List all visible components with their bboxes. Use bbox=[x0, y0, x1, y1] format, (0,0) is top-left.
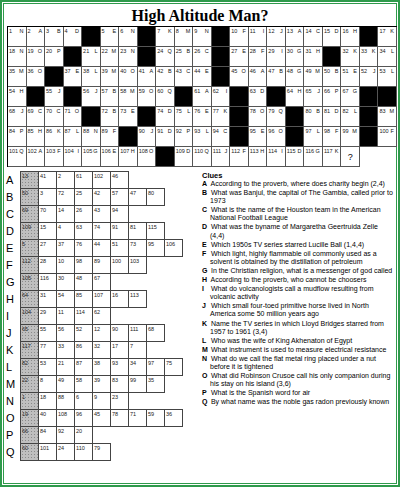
answer-cell[interactable]: 88 bbox=[56, 392, 75, 410]
quote-cell[interactable]: 95E bbox=[249, 127, 268, 147]
quote-cell[interactable]: 12J bbox=[267, 27, 286, 47]
answer-cell[interactable]: 27 bbox=[38, 239, 57, 257]
answer-cell-first-grey[interactable]: 117 bbox=[20, 341, 39, 359]
cell-number: 18 bbox=[9, 48, 15, 54]
quote-cell[interactable]: 36O bbox=[27, 67, 46, 87]
quote-cell[interactable]: 38L bbox=[82, 67, 101, 87]
answer-cell[interactable]: 110 bbox=[74, 443, 93, 461]
quote-cell[interactable]: 25B bbox=[175, 47, 194, 67]
quote-cell[interactable]: 104I bbox=[64, 147, 83, 167]
answer-cell-first-grey[interactable]: 109 bbox=[20, 222, 39, 240]
answer-cell[interactable]: 101 bbox=[38, 443, 57, 461]
answer-cell[interactable]: 12 bbox=[92, 324, 111, 342]
answer-cell[interactable]: 94 bbox=[110, 205, 129, 223]
answer-cell[interactable]: 72 bbox=[56, 188, 75, 206]
answer-cell-first-grey[interactable]: 1 bbox=[20, 392, 39, 410]
quote-cell[interactable]: 90J bbox=[138, 127, 157, 147]
quote-cell[interactable]: 112F bbox=[230, 147, 249, 167]
quote-cell[interactable]: 7K bbox=[156, 27, 175, 47]
quote-cell[interactable]: 73E bbox=[119, 107, 138, 127]
answer-cell-first-grey[interactable]: 50 bbox=[20, 188, 39, 206]
quote-cell[interactable]: 80B bbox=[304, 107, 323, 127]
quote-cell[interactable]: 108O bbox=[138, 147, 157, 167]
answer-cell[interactable]: 99 bbox=[128, 375, 147, 393]
quote-cell[interactable]: 99M bbox=[341, 127, 360, 147]
answer-cell[interactable]: 10 bbox=[56, 256, 75, 274]
answer-cell[interactable]: 67 bbox=[92, 273, 111, 291]
answer-cell[interactable]: 58 bbox=[74, 375, 93, 393]
answer-cell[interactable]: 111 bbox=[128, 324, 147, 342]
answer-cell[interactable]: 46 bbox=[110, 171, 129, 189]
answer-cell[interactable]: 30 bbox=[56, 273, 75, 291]
quote-cell[interactable]: 15D bbox=[323, 27, 342, 47]
cell-clue-letter: L bbox=[354, 108, 357, 114]
answer-cell[interactable]: 75 bbox=[164, 358, 183, 376]
quote-cell[interactable]: 79Q bbox=[267, 107, 286, 127]
cell-number: 58 bbox=[120, 88, 126, 94]
answer-cell-first-grey[interactable]: 104 bbox=[20, 307, 39, 325]
answer-cell[interactable]: 42 bbox=[92, 188, 111, 206]
answer-cell[interactable]: 116 bbox=[38, 273, 57, 291]
answer-cell[interactable]: 54 bbox=[56, 290, 75, 308]
cell-number: 99 bbox=[342, 128, 348, 134]
cell-number: 23 bbox=[120, 48, 126, 54]
answer-cell[interactable]: 26 bbox=[74, 205, 93, 223]
quote-cell[interactable]: 39M bbox=[101, 67, 120, 87]
answer-cell[interactable]: 24 bbox=[56, 443, 75, 461]
cell-clue-letter: B bbox=[168, 68, 172, 74]
quote-cell[interactable]: 84P bbox=[8, 127, 27, 147]
answer-cell[interactable]: 18 bbox=[38, 392, 57, 410]
quote-cell[interactable]: 27E bbox=[230, 47, 249, 67]
quote-cell[interactable]: 47B bbox=[267, 67, 286, 87]
quote-cell[interactable]: 82L bbox=[341, 107, 360, 127]
cell-clue-letter: J bbox=[95, 88, 98, 94]
answer-cell[interactable]: 114 bbox=[74, 307, 93, 325]
cell-number: 55 bbox=[46, 88, 52, 94]
cell-number: 71 bbox=[65, 108, 71, 114]
answer-cell[interactable]: 113 bbox=[128, 290, 147, 308]
quote-cell[interactable]: 114I bbox=[267, 147, 286, 167]
quote-cell[interactable]: 54H bbox=[8, 87, 27, 107]
quote-cell[interactable]: 29I bbox=[267, 47, 286, 67]
answer-cell[interactable]: 7 bbox=[128, 341, 147, 359]
quote-cell[interactable]: 41A bbox=[138, 67, 157, 87]
answer-cell[interactable]: 107 bbox=[92, 290, 111, 308]
quote-cell[interactable]: 1N bbox=[8, 27, 27, 47]
quote-cell[interactable]: 96O bbox=[267, 127, 286, 147]
quote-cell[interactable]: 19O bbox=[27, 47, 46, 67]
answer-cell[interactable]: 17 bbox=[110, 341, 129, 359]
answer-cell[interactable]: 8 bbox=[38, 375, 57, 393]
answer-cell[interactable]: 6 bbox=[74, 392, 93, 410]
quote-cell[interactable]: 113H bbox=[249, 147, 268, 167]
answer-cell[interactable]: 14 bbox=[56, 205, 75, 223]
quote-cell[interactable]: 52J bbox=[360, 67, 379, 87]
answer-cell[interactable]: 59 bbox=[146, 409, 165, 427]
answer-cell[interactable]: 83 bbox=[110, 375, 129, 393]
answer-cell[interactable]: 23 bbox=[110, 392, 129, 410]
answer-cell[interactable]: 95 bbox=[146, 239, 165, 257]
quote-cell[interactable]: 34L bbox=[378, 47, 397, 67]
quote-cell[interactable]: 78O bbox=[249, 107, 268, 127]
cell-clue-letter: I bbox=[226, 88, 228, 94]
black-cell bbox=[323, 47, 342, 67]
cell-clue-letter: A bbox=[298, 28, 302, 34]
quote-cell[interactable]: 87L bbox=[64, 127, 83, 147]
answer-cell[interactable]: 92 bbox=[56, 426, 75, 444]
answer-cell[interactable]: 76 bbox=[74, 239, 93, 257]
quote-cell[interactable]: 8M bbox=[175, 27, 194, 47]
answer-cell[interactable]: 49 bbox=[56, 375, 75, 393]
quote-cell[interactable]: 22M bbox=[101, 47, 120, 67]
answer-cell[interactable]: 78 bbox=[110, 409, 129, 427]
quote-cell[interactable]: 86K bbox=[45, 127, 64, 147]
quote-cell[interactable]: 110Q bbox=[193, 147, 212, 167]
quote-cell[interactable]: 59O bbox=[138, 87, 157, 107]
cell-number: 14 bbox=[305, 28, 311, 34]
clue-item: J Which small four-toed primitive horse … bbox=[202, 302, 394, 318]
quote-cell[interactable]: 101Q bbox=[8, 147, 27, 167]
answer-cell[interactable]: 100 bbox=[110, 256, 129, 274]
answer-cell[interactable]: 63 bbox=[74, 222, 93, 240]
answer-cell[interactable]: 51 bbox=[110, 239, 129, 257]
quote-cell[interactable]: 83M bbox=[378, 107, 397, 127]
quote-cell[interactable]: 23N bbox=[119, 47, 138, 67]
quote-cell[interactable]: 76E bbox=[193, 107, 212, 127]
quote-cell[interactable]: 91D bbox=[156, 127, 175, 147]
cell-clue-letter: K bbox=[57, 128, 61, 134]
cell-clue-letter: F bbox=[261, 48, 264, 54]
cell-clue-letter: D bbox=[168, 108, 172, 114]
cell-number: 43 bbox=[176, 68, 182, 74]
answer-cell[interactable]: 53 bbox=[38, 358, 57, 376]
answer-cell[interactable]: 38 bbox=[92, 358, 111, 376]
quote-cell[interactable]: 18N bbox=[8, 47, 27, 67]
quote-cell[interactable]: 51E bbox=[341, 67, 360, 87]
answer-cell-first-grey[interactable]: 64 bbox=[20, 290, 39, 308]
answer-cell[interactable]: 61 bbox=[74, 171, 93, 189]
black-cell bbox=[267, 87, 286, 107]
answer-cell-first-grey[interactable]: 65 bbox=[20, 324, 39, 342]
cell-number: 40 bbox=[120, 68, 126, 74]
quote-cell[interactable]: 42B bbox=[156, 67, 175, 87]
quote-cell[interactable]: 106E bbox=[101, 147, 120, 167]
answer-cell[interactable]: 57 bbox=[110, 188, 129, 206]
quote-cell[interactable]: 117K bbox=[323, 147, 342, 167]
answer-cell[interactable]: 29 bbox=[38, 307, 57, 325]
clue-letter: A bbox=[202, 180, 209, 188]
quote-cell[interactable]: 94C bbox=[212, 127, 231, 147]
cell-clue-letter: A bbox=[261, 68, 265, 74]
quote-cell[interactable]: 43C bbox=[175, 67, 194, 87]
answer-cell[interactable]: 70 bbox=[38, 205, 57, 223]
answer-cell[interactable]: 35 bbox=[146, 375, 165, 393]
quote-cell[interactable]: 9N bbox=[193, 27, 212, 47]
clue-letter: O bbox=[202, 372, 209, 380]
answer-cell-first-grey[interactable]: 105 bbox=[20, 273, 39, 291]
quote-cell[interactable]: 105G bbox=[82, 147, 101, 167]
answer-cell[interactable]: 47 bbox=[128, 188, 147, 206]
answer-cell[interactable]: 15 bbox=[38, 222, 57, 240]
cell-number: 93 bbox=[194, 128, 200, 134]
quote-cell[interactable]: 61A bbox=[193, 87, 212, 107]
answer-row-label: I bbox=[6, 307, 20, 325]
cell-number: 62 bbox=[213, 88, 219, 94]
black-cell bbox=[230, 127, 249, 147]
clue-letter: D bbox=[202, 223, 209, 231]
answer-cell-first-grey[interactable]: 19 bbox=[20, 409, 39, 427]
cell-number: 98 bbox=[324, 128, 330, 134]
quote-cell[interactable]: 37E bbox=[64, 67, 83, 87]
answer-cell[interactable]: 40 bbox=[38, 409, 57, 427]
cell-number: 47 bbox=[268, 68, 274, 74]
answer-row: M228495839839935 bbox=[6, 375, 198, 393]
quote-cell[interactable]: 6N bbox=[119, 27, 138, 47]
quote-cell[interactable]: 57B bbox=[101, 87, 120, 107]
quote-cell[interactable]: 103F bbox=[45, 147, 64, 167]
answer-cell[interactable]: 20 bbox=[74, 426, 93, 444]
answer-cell[interactable]: 56 bbox=[56, 324, 75, 342]
answer-cell[interactable]: 48 bbox=[74, 273, 93, 291]
green-frame: High Altitude Man? 1N2A3B4D5E6N7K8M9N10F… bbox=[0, 0, 400, 487]
cell-clue-letter: C bbox=[316, 28, 320, 34]
quote-cell[interactable]: 74D bbox=[156, 107, 175, 127]
quote-cell[interactable]: 10F bbox=[230, 27, 249, 47]
answer-cell[interactable]: 85 bbox=[74, 290, 93, 308]
quote-cell[interactable]: 68J bbox=[8, 107, 27, 127]
answer-cell[interactable]: 3 bbox=[38, 188, 57, 206]
quote-cell[interactable]: 60Q bbox=[156, 87, 175, 107]
answer-cell[interactable]: 115 bbox=[146, 222, 165, 240]
black-cell bbox=[360, 107, 379, 127]
cell-clue-letter: D bbox=[260, 88, 264, 94]
answer-cell[interactable]: 68 bbox=[146, 324, 165, 342]
answer-cell[interactable]: 87 bbox=[74, 358, 93, 376]
quote-cell[interactable]: 63D bbox=[249, 87, 268, 107]
answer-cell[interactable]: 11 bbox=[56, 307, 75, 325]
clue-item: A According to the proverb, where does c… bbox=[202, 180, 394, 188]
cell-clue-letter: E bbox=[112, 28, 116, 34]
quote-cell[interactable]: 49M bbox=[304, 67, 323, 87]
answer-cell[interactable]: 77 bbox=[38, 341, 57, 359]
cell-number: 10 bbox=[231, 28, 237, 34]
answer-cell[interactable]: 28 bbox=[38, 256, 57, 274]
cell-number: 114 bbox=[268, 148, 277, 154]
quote-cell[interactable]: 109D bbox=[175, 147, 194, 167]
quote-cell[interactable]: 92P bbox=[175, 127, 194, 147]
answer-cell[interactable]: 31 bbox=[38, 290, 57, 308]
answer-cell[interactable]: 9 bbox=[92, 392, 111, 410]
answer-cell[interactable]: 16 bbox=[110, 290, 129, 308]
quote-cell[interactable]: 46A bbox=[249, 67, 268, 87]
answer-cell[interactable]: 81 bbox=[128, 222, 147, 240]
quote-cell[interactable]: 11I bbox=[249, 27, 268, 47]
answer-cell[interactable]: 106 bbox=[164, 239, 183, 257]
quote-cell[interactable]: 107H bbox=[119, 147, 138, 167]
quote-cell[interactable]: 50B bbox=[323, 67, 342, 87]
answer-cell[interactable]: 2 bbox=[56, 171, 75, 189]
answer-row: Q601012411079 bbox=[6, 443, 198, 461]
quote-cell[interactable]: 98F bbox=[323, 127, 342, 147]
cell-clue-letter: J bbox=[317, 88, 320, 94]
black-cell bbox=[82, 107, 101, 127]
quote-cell[interactable]: 115D bbox=[286, 147, 305, 167]
answer-cell[interactable]: 73 bbox=[128, 239, 147, 257]
cell-number: 88 bbox=[83, 128, 89, 134]
quote-cell[interactable]: 58M bbox=[119, 87, 138, 107]
quote-cell[interactable]: 81D bbox=[323, 107, 342, 127]
quote-cell[interactable]: 100F bbox=[378, 127, 397, 147]
cell-number: 89 bbox=[102, 128, 108, 134]
quote-cell[interactable]: 24Q bbox=[156, 47, 175, 67]
quote-cell[interactable]: 67G bbox=[341, 87, 360, 107]
quote-cell[interactable]: 70C bbox=[45, 107, 64, 127]
quote-cell[interactable]: 62I bbox=[212, 87, 231, 107]
answer-cell[interactable]: 45 bbox=[92, 409, 111, 427]
answer-cell[interactable]: 21 bbox=[56, 358, 75, 376]
answer-cell-first-grey[interactable]: 60 bbox=[20, 443, 39, 461]
black-cell bbox=[138, 107, 157, 127]
answer-cell[interactable]: 39 bbox=[92, 375, 111, 393]
answer-cell[interactable]: 43 bbox=[92, 205, 111, 223]
quote-cell[interactable]: 20P bbox=[45, 47, 64, 67]
quote-cell[interactable]: 35M bbox=[8, 67, 27, 87]
quote-cell[interactable]: 28F bbox=[249, 47, 268, 67]
answer-cell-first-grey[interactable]: 5 bbox=[20, 239, 39, 257]
cell-clue-letter: D bbox=[297, 148, 301, 154]
answer-cell[interactable]: 74 bbox=[92, 222, 111, 240]
answer-cell[interactable]: 44 bbox=[92, 239, 111, 257]
answer-cell[interactable]: 90 bbox=[110, 324, 129, 342]
answer-cell[interactable]: 41 bbox=[38, 171, 57, 189]
answer-cell[interactable]: 71 bbox=[128, 409, 147, 427]
answer-cell-first-grey[interactable]: 66 bbox=[20, 426, 39, 444]
quote-cell[interactable]: 75L bbox=[175, 107, 194, 127]
answer-cell[interactable]: 91 bbox=[110, 222, 129, 240]
quote-cell[interactable]: 16H bbox=[341, 27, 360, 47]
answer-cell[interactable]: 79 bbox=[92, 443, 111, 461]
answer-cell[interactable]: 102 bbox=[92, 171, 111, 189]
quote-cell[interactable]: 26C bbox=[193, 47, 212, 67]
answer-cell[interactable]: 52 bbox=[74, 324, 93, 342]
quote-cell[interactable]: 48G bbox=[286, 67, 305, 87]
answer-cell-first-grey[interactable]: 82 bbox=[20, 358, 39, 376]
quote-cell[interactable]: 5E bbox=[101, 27, 120, 47]
quote-cell[interactable]: 44E bbox=[193, 67, 212, 87]
answer-cell-first-grey[interactable]: 13 bbox=[20, 171, 39, 189]
quote-cell[interactable]: 4D bbox=[64, 27, 83, 47]
quote-cell[interactable]: 64H bbox=[286, 87, 305, 107]
answer-cell[interactable]: 93 bbox=[110, 358, 129, 376]
answer-cell[interactable]: 62 bbox=[92, 307, 111, 325]
quote-cell[interactable]: 88N bbox=[82, 127, 101, 147]
cell-clue-letter: H bbox=[260, 148, 264, 154]
answer-cell[interactable]: 4 bbox=[56, 222, 75, 240]
black-cell bbox=[286, 107, 305, 127]
quote-cell[interactable]: 77K bbox=[212, 107, 231, 127]
answer-cell[interactable]: 37 bbox=[56, 239, 75, 257]
quote-cell[interactable]: 53L bbox=[378, 67, 397, 87]
clue-letter: J bbox=[202, 302, 209, 310]
quote-cell[interactable]: 55J bbox=[45, 87, 64, 107]
clue-item: F Which light, highly flammable oil comm… bbox=[202, 250, 394, 266]
answer-cell[interactable]: 32 bbox=[92, 341, 111, 359]
answer-cell[interactable]: 33 bbox=[56, 341, 75, 359]
cell-clue-letter: G bbox=[353, 88, 357, 94]
answer-cell-first-grey[interactable]: 69 bbox=[20, 205, 39, 223]
answer-cell[interactable]: 25 bbox=[74, 188, 93, 206]
quote-cell[interactable]: 14C bbox=[304, 27, 323, 47]
cell-number: 52 bbox=[361, 68, 367, 74]
quote-cell[interactable]: 31H bbox=[304, 47, 323, 67]
answer-cell[interactable]: 98 bbox=[74, 256, 93, 274]
cell-clue-letter: O bbox=[38, 68, 42, 74]
cell-clue-letter: F bbox=[113, 128, 116, 134]
answer-cell[interactable]: 80 bbox=[146, 188, 165, 206]
quote-cell[interactable]: 45O bbox=[230, 67, 249, 87]
cell-number: 19 bbox=[28, 48, 34, 54]
quote-cell[interactable]: 72B bbox=[101, 107, 120, 127]
answer-cell[interactable]: 96 bbox=[74, 409, 93, 427]
quote-cell[interactable]: 56J bbox=[82, 87, 101, 107]
quote-cell[interactable]: 2A bbox=[27, 27, 46, 47]
clue-item: N What do we call the flat metal ring pl… bbox=[202, 355, 394, 371]
cell-clue-letter: G bbox=[316, 148, 320, 154]
cell-clue-letter: B bbox=[187, 48, 191, 54]
quote-cell[interactable]: 65J bbox=[304, 87, 323, 107]
cell-clue-letter: A bbox=[38, 28, 42, 34]
cell-number: 21 bbox=[83, 48, 89, 54]
quote-cell[interactable]: 3B bbox=[45, 27, 64, 47]
quote-cell[interactable]: 40O bbox=[119, 67, 138, 87]
quote-cell[interactable]: 111J bbox=[212, 147, 231, 167]
answer-cell[interactable]: 97 bbox=[146, 358, 165, 376]
answer-cell[interactable]: 34 bbox=[128, 358, 147, 376]
quote-cell[interactable]: 69C bbox=[27, 107, 46, 127]
quote-cell[interactable]: 116G bbox=[304, 147, 323, 167]
quote-cell[interactable]: 13A bbox=[286, 27, 305, 47]
quote-cell[interactable]: 33K bbox=[360, 47, 379, 67]
answer-cell[interactable]: 84 bbox=[38, 426, 57, 444]
quote-cell[interactable]: 66P bbox=[323, 87, 342, 107]
black-cell bbox=[156, 147, 175, 167]
quote-cell[interactable]: 32K bbox=[341, 47, 360, 67]
answer-cell[interactable]: 108 bbox=[56, 409, 75, 427]
quote-cell[interactable]: 97L bbox=[304, 127, 323, 147]
quote-cell[interactable]: 102A bbox=[27, 147, 46, 167]
quote-cell[interactable]: 71O bbox=[64, 107, 83, 127]
quote-cell[interactable]: 17K bbox=[378, 27, 397, 47]
quote-cell[interactable]: 30G bbox=[286, 47, 305, 67]
answer-cell[interactable]: 86 bbox=[74, 341, 93, 359]
answer-cell-first-grey[interactable]: 112 bbox=[20, 256, 39, 274]
answer-cell-first-grey[interactable]: 22 bbox=[20, 375, 39, 393]
question-cell[interactable]: ? bbox=[341, 147, 360, 167]
quote-cell[interactable]: 21L bbox=[82, 47, 101, 67]
answer-cell[interactable]: 89 bbox=[92, 256, 111, 274]
quote-cell[interactable]: 93L bbox=[193, 127, 212, 147]
cell-number: 110 bbox=[194, 148, 203, 154]
cell-number: 26 bbox=[194, 48, 200, 54]
answer-cell[interactable]: 36 bbox=[164, 409, 183, 427]
quote-cell[interactable]: 89F bbox=[101, 127, 120, 147]
quote-cell[interactable]: 85H bbox=[27, 127, 46, 147]
quote-grid: 1N2A3B4D5E6N7K8M9N10F11I12J13A14C15D16H1… bbox=[7, 26, 397, 167]
answer-cell[interactable]: 103 bbox=[128, 256, 147, 274]
answer-cell[interactable]: 55 bbox=[38, 324, 57, 342]
cell-clue-letter: J bbox=[150, 128, 153, 134]
